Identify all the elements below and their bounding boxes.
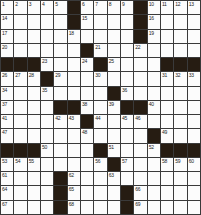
cell-r15c1[interactable]: 67: [1, 201, 13, 214]
cell-r3c15[interactable]: [188, 30, 200, 43]
black-cell-r3c11: [134, 30, 146, 43]
black-cell-r5c13: [161, 58, 173, 71]
cell-r15c15[interactable]: [188, 201, 200, 214]
clue-number-14: 14: [2, 15, 7, 21]
cell-r13c3[interactable]: [28, 172, 40, 185]
cell-r11c10[interactable]: [121, 144, 133, 157]
cell-r14c15[interactable]: [188, 186, 200, 199]
cell-r1c15[interactable]: 13: [188, 1, 200, 14]
cell-r3c1[interactable]: 17: [1, 30, 13, 43]
cell-r5c9[interactable]: 25: [108, 58, 120, 71]
cell-r3c2[interactable]: [14, 30, 26, 43]
clue-number-60: 60: [189, 158, 194, 164]
cell-r9c3[interactable]: [28, 115, 40, 128]
cell-r15c13[interactable]: [161, 201, 173, 214]
cell-r13c4[interactable]: [41, 172, 53, 185]
clue-number-39: 39: [109, 101, 114, 107]
cell-r1c1[interactable]: 1: [1, 1, 13, 14]
cell-r2c7[interactable]: 15: [81, 15, 93, 28]
cell-r3c14[interactable]: [174, 30, 186, 43]
cell-r12c4[interactable]: [41, 158, 53, 171]
clue-number-26: 26: [2, 72, 7, 78]
cell-r9c11[interactable]: 46: [134, 115, 146, 128]
cell-r14c7[interactable]: [81, 186, 93, 199]
cell-r4c6[interactable]: [68, 44, 80, 57]
clue-number-29: 29: [55, 72, 60, 78]
cell-r1c2[interactable]: 2: [14, 1, 26, 14]
clue-number-69: 69: [135, 201, 140, 207]
black-cell-r5c14: [174, 58, 186, 71]
cell-r10c11[interactable]: [134, 129, 146, 142]
cell-r7c12[interactable]: [148, 87, 160, 100]
cell-r6c7[interactable]: [81, 72, 93, 85]
cell-r2c3[interactable]: [28, 15, 40, 28]
cell-r14c14[interactable]: [174, 186, 186, 199]
black-cell-r11c13: [161, 144, 173, 157]
cell-r7c4[interactable]: 35: [41, 87, 53, 100]
clue-number-17: 17: [2, 30, 7, 36]
cell-r10c1[interactable]: 47: [1, 129, 13, 142]
clue-number-16: 16: [149, 15, 154, 21]
clue-number-65: 65: [69, 186, 74, 192]
clue-number-63: 63: [109, 172, 114, 178]
cell-r4c8[interactable]: 21: [94, 44, 106, 57]
cell-r3c4[interactable]: [41, 30, 53, 43]
cell-r15c8[interactable]: [94, 201, 106, 214]
cell-r4c9[interactable]: [108, 44, 120, 57]
cell-r9c6[interactable]: 43: [68, 115, 80, 128]
clue-number-25: 25: [109, 58, 114, 64]
cell-r10c14[interactable]: [174, 129, 186, 142]
cell-r2c15[interactable]: [188, 15, 200, 28]
cell-r4c14[interactable]: [174, 44, 186, 57]
cell-r8c2[interactable]: [14, 101, 26, 114]
cell-r12c15[interactable]: 60: [188, 158, 200, 171]
cell-r1c9[interactable]: 8: [108, 1, 120, 14]
cell-r7c10[interactable]: 36: [121, 87, 133, 100]
cell-r8c1[interactable]: 37: [1, 101, 13, 114]
clue-number-66: 66: [135, 186, 140, 192]
clue-number-32: 32: [175, 72, 180, 78]
clue-number-28: 28: [29, 72, 34, 78]
cell-r1c5[interactable]: 5: [54, 1, 66, 14]
cell-r9c4[interactable]: [41, 115, 53, 128]
cell-r13c6[interactable]: 62: [68, 172, 80, 185]
cell-r15c14[interactable]: [174, 201, 186, 214]
cell-r3c5[interactable]: [54, 30, 66, 43]
cell-r10c3[interactable]: [28, 129, 40, 142]
cell-r10c8[interactable]: [94, 129, 106, 142]
cell-r13c1[interactable]: 61: [1, 172, 13, 185]
black-cell-r11c14: [174, 144, 186, 157]
cell-r10c9[interactable]: [108, 129, 120, 142]
cell-r2c2[interactable]: [14, 15, 26, 28]
clue-number-58: 58: [162, 158, 167, 164]
cell-r15c7[interactable]: [81, 201, 93, 214]
cell-r10c7[interactable]: 48: [81, 129, 93, 142]
cell-r1c12[interactable]: 10: [148, 1, 160, 14]
cell-r1c3[interactable]: 3: [28, 1, 40, 14]
cell-r2c5[interactable]: [54, 15, 66, 28]
clue-number-64: 64: [2, 186, 7, 192]
cell-r4c4[interactable]: [41, 44, 53, 57]
clue-number-48: 48: [82, 129, 87, 135]
cell-r12c7[interactable]: [81, 158, 93, 171]
cell-r12c10[interactable]: 57: [121, 158, 133, 171]
black-cell-r6c4: [41, 72, 53, 85]
cell-r7c14[interactable]: [174, 87, 186, 100]
cell-r2c12[interactable]: 16: [148, 15, 160, 28]
cell-r9c5[interactable]: 42: [54, 115, 66, 128]
cell-r10c13[interactable]: 49: [161, 129, 173, 142]
cell-r5c6[interactable]: [68, 58, 80, 71]
cell-r11c11[interactable]: [134, 144, 146, 157]
cell-r7c11[interactable]: [134, 87, 146, 100]
clue-number-7: 7: [95, 1, 97, 7]
cell-r13c8[interactable]: [94, 172, 106, 185]
clue-number-36: 36: [122, 87, 127, 93]
cell-r9c10[interactable]: 45: [121, 115, 133, 128]
black-cell-r7c9: [108, 87, 120, 100]
cell-r13c11[interactable]: [134, 172, 146, 185]
clue-number-15: 15: [82, 15, 87, 21]
black-cell-r5c15: [188, 58, 200, 71]
cell-r14c3[interactable]: [28, 186, 40, 199]
cell-r9c12[interactable]: [148, 115, 160, 128]
black-cell-r5c1: [1, 58, 13, 71]
cell-r9c2[interactable]: [14, 115, 26, 128]
cell-r7c15[interactable]: [188, 87, 200, 100]
cell-r12c8[interactable]: 56: [94, 158, 106, 171]
clue-number-51: 51: [109, 144, 114, 150]
clue-number-53: 53: [2, 158, 7, 164]
cell-r13c15[interactable]: [188, 172, 200, 185]
cell-r9c8[interactable]: 44: [94, 115, 106, 128]
clue-number-23: 23: [42, 58, 47, 64]
clue-number-11: 11: [162, 1, 167, 7]
cell-r4c12[interactable]: [148, 44, 160, 57]
cell-r11c12[interactable]: 52: [148, 144, 160, 157]
cell-r12c11[interactable]: [134, 158, 146, 171]
clue-number-42: 42: [55, 115, 60, 121]
cell-r13c9[interactable]: 63: [108, 172, 120, 185]
clue-number-52: 52: [149, 144, 154, 150]
cell-r14c11[interactable]: 66: [134, 186, 146, 199]
clue-number-13: 13: [189, 1, 194, 7]
cell-r13c12[interactable]: [148, 172, 160, 185]
black-cell-r8c11: [134, 101, 146, 114]
cell-r4c11[interactable]: 22: [134, 44, 146, 57]
clue-number-57: 57: [122, 158, 127, 164]
cell-r2c9[interactable]: [108, 15, 120, 28]
black-cell-r14c5: [54, 186, 66, 199]
clue-number-34: 34: [2, 87, 7, 93]
black-cell-r15c5: [54, 201, 66, 214]
cell-r7c2[interactable]: [14, 87, 26, 100]
cell-r14c2[interactable]: [14, 186, 26, 199]
cell-r9c15[interactable]: [188, 115, 200, 128]
cell-r2c8[interactable]: [94, 15, 106, 28]
cell-r15c9[interactable]: [108, 201, 120, 214]
cell-r5c11[interactable]: [134, 58, 146, 71]
clue-number-61: 61: [2, 172, 7, 178]
cell-r5c5[interactable]: [54, 58, 66, 71]
black-cell-r11c3: [28, 144, 40, 157]
black-cell-r13c5: [54, 172, 66, 185]
black-cell-r11c15: [188, 144, 200, 157]
cell-r6c8[interactable]: 30: [94, 72, 106, 85]
cell-r12c1[interactable]: 53: [1, 158, 13, 171]
cell-r7c3[interactable]: [28, 87, 40, 100]
cell-r2c1[interactable]: 14: [1, 15, 13, 28]
cell-r8c7[interactable]: 38: [81, 101, 93, 114]
black-cell-r5c2: [14, 58, 26, 71]
cell-r10c15[interactable]: [188, 129, 200, 142]
cell-r8c8[interactable]: [94, 101, 106, 114]
cell-r11c9[interactable]: 51: [108, 144, 120, 157]
cell-r14c12[interactable]: [148, 186, 160, 199]
cell-r8c13[interactable]: [161, 101, 173, 114]
cell-r8c14[interactable]: [174, 101, 186, 114]
cell-r6c3[interactable]: 28: [28, 72, 40, 85]
cell-r5c7[interactable]: 24: [81, 58, 93, 71]
cell-r15c11[interactable]: 69: [134, 201, 146, 214]
clue-number-43: 43: [69, 115, 74, 121]
black-cell-r9c7: [81, 115, 93, 128]
black-cell-r14c10: [121, 186, 133, 199]
clue-number-21: 21: [95, 44, 100, 50]
clue-number-6: 6: [82, 1, 84, 7]
cell-r14c4[interactable]: [41, 186, 53, 199]
cell-r10c4[interactable]: [41, 129, 53, 142]
cell-r13c7[interactable]: [81, 172, 93, 185]
cell-r11c6[interactable]: [68, 144, 80, 157]
black-cell-r8c5: [54, 101, 66, 114]
clue-number-2: 2: [15, 1, 17, 7]
clue-number-62: 62: [69, 172, 74, 178]
cell-r6c15[interactable]: 33: [188, 72, 200, 85]
clue-number-38: 38: [82, 101, 87, 107]
cell-r2c4[interactable]: [41, 15, 53, 28]
clue-number-35: 35: [42, 87, 47, 93]
black-cell-r8c10: [121, 101, 133, 114]
cell-r7c1[interactable]: 34: [1, 87, 13, 100]
clue-number-45: 45: [122, 115, 127, 121]
cell-r4c2[interactable]: [14, 44, 26, 57]
black-cell-r11c2: [14, 144, 26, 157]
cell-r4c15[interactable]: [188, 44, 200, 57]
cell-r7c13[interactable]: [161, 87, 173, 100]
cell-r8c15[interactable]: [188, 101, 200, 114]
black-cell-r5c3: [28, 58, 40, 71]
black-cell-r8c6: [68, 101, 80, 114]
cell-r4c5[interactable]: [54, 44, 66, 57]
cell-r8c12[interactable]: 40: [148, 101, 160, 114]
cell-r3c10[interactable]: [121, 30, 133, 43]
cell-r12c6[interactable]: [68, 158, 80, 171]
cell-r6c11[interactable]: [134, 72, 146, 85]
cell-r3c6[interactable]: 18: [68, 30, 80, 43]
cell-r12c13[interactable]: 58: [161, 158, 173, 171]
clue-number-49: 49: [162, 129, 167, 135]
cell-r6c6[interactable]: [68, 72, 80, 85]
clue-number-27: 27: [15, 72, 20, 78]
cell-r14c9[interactable]: [108, 186, 120, 199]
cell-r12c14[interactable]: 59: [174, 158, 186, 171]
cell-r1c7[interactable]: 6: [81, 1, 93, 14]
cell-r9c1[interactable]: 41: [1, 115, 13, 128]
cell-r15c3[interactable]: [28, 201, 40, 214]
cell-r12c5[interactable]: [54, 158, 66, 171]
cell-r12c2[interactable]: 54: [14, 158, 26, 171]
clue-number-50: 50: [42, 144, 47, 150]
cell-r3c12[interactable]: 19: [148, 30, 160, 43]
black-cell-r11c8: [94, 144, 106, 157]
clue-number-44: 44: [95, 115, 100, 121]
cell-r1c8[interactable]: 7: [94, 1, 106, 14]
clue-number-67: 67: [2, 201, 7, 207]
cell-r8c9[interactable]: 39: [108, 101, 120, 114]
cell-r5c10[interactable]: [121, 58, 133, 71]
clue-number-68: 68: [69, 201, 74, 207]
cell-r15c6[interactable]: 68: [68, 201, 80, 214]
cell-r7c7[interactable]: [81, 87, 93, 100]
clue-number-56: 56: [95, 158, 100, 164]
clue-number-4: 4: [42, 1, 44, 7]
cell-r12c3[interactable]: 55: [28, 158, 40, 171]
black-cell-r4c7: [81, 44, 93, 57]
cell-r1c13[interactable]: 11: [161, 1, 173, 14]
cell-r15c12[interactable]: [148, 201, 160, 214]
cell-r7c5[interactable]: [54, 87, 66, 100]
black-cell-r5c8: [94, 58, 106, 71]
cell-r8c3[interactable]: [28, 101, 40, 114]
cell-r2c14[interactable]: [174, 15, 186, 28]
cell-r12c12[interactable]: [148, 158, 160, 171]
cell-r15c2[interactable]: [14, 201, 26, 214]
cell-r1c14[interactable]: 12: [174, 1, 186, 14]
clue-number-18: 18: [69, 30, 74, 36]
cell-r4c3[interactable]: [28, 44, 40, 57]
clue-number-10: 10: [149, 1, 154, 7]
cell-r6c12[interactable]: [148, 72, 160, 85]
clue-number-46: 46: [135, 115, 140, 121]
black-cell-r15c10: [121, 201, 133, 214]
clue-number-47: 47: [2, 129, 7, 135]
clue-number-59: 59: [175, 158, 180, 164]
cell-r7c6[interactable]: [68, 87, 80, 100]
cell-r13c2[interactable]: [14, 172, 26, 185]
cell-r3c7[interactable]: [81, 30, 93, 43]
cell-r5c4[interactable]: 23: [41, 58, 53, 71]
clue-number-33: 33: [189, 72, 194, 78]
cell-r3c3[interactable]: [28, 30, 40, 43]
black-cell-r12c9: [108, 158, 120, 171]
cell-r15c4[interactable]: [41, 201, 53, 214]
clue-number-3: 3: [29, 1, 31, 7]
cell-r6c14[interactable]: 32: [174, 72, 186, 85]
cell-r10c2[interactable]: [14, 129, 26, 142]
cell-r13c10[interactable]: [121, 172, 133, 185]
clue-number-31: 31: [162, 72, 167, 78]
black-cell-r11c1: [1, 144, 13, 157]
cell-r6c5[interactable]: 29: [54, 72, 66, 85]
clue-number-19: 19: [149, 30, 154, 36]
clue-number-30: 30: [95, 72, 100, 78]
black-cell-r1c11: [134, 1, 146, 14]
crossword-board: 1234567891011121314151617181920212223242…: [0, 0, 201, 215]
cell-r2c10[interactable]: [121, 15, 133, 28]
cell-r6c10[interactable]: [121, 72, 133, 85]
cell-r13c14[interactable]: [174, 172, 186, 185]
clue-number-8: 8: [109, 1, 111, 7]
cell-r14c6[interactable]: 65: [68, 186, 80, 199]
clue-number-9: 9: [122, 1, 124, 7]
clue-number-41: 41: [2, 115, 7, 121]
cell-r6c13[interactable]: 31: [161, 72, 173, 85]
cell-r6c2[interactable]: 27: [14, 72, 26, 85]
black-cell-r2c11: [134, 15, 146, 28]
cell-r11c5[interactable]: [54, 144, 66, 157]
cell-r3c9[interactable]: [108, 30, 120, 43]
cell-r9c14[interactable]: [174, 115, 186, 128]
cell-r8c4[interactable]: [41, 101, 53, 114]
clue-number-55: 55: [29, 158, 34, 164]
cell-r1c10[interactable]: 9: [121, 1, 133, 14]
cell-r14c1[interactable]: 64: [1, 186, 13, 199]
cell-r4c10[interactable]: [121, 44, 133, 57]
cell-r11c7[interactable]: [81, 144, 93, 157]
cell-r10c5[interactable]: [54, 129, 66, 142]
cell-r4c13[interactable]: [161, 44, 173, 57]
cell-r1c4[interactable]: 4: [41, 1, 53, 14]
cell-r5c12[interactable]: [148, 58, 160, 71]
clue-number-54: 54: [15, 158, 20, 164]
cell-r6c9[interactable]: [108, 72, 120, 85]
black-cell-r1c6: [68, 1, 80, 14]
cell-r10c10[interactable]: [121, 129, 133, 142]
clue-number-1: 1: [2, 1, 4, 7]
cell-r11c4[interactable]: 50: [41, 144, 53, 157]
cell-r4c1[interactable]: 20: [1, 44, 13, 57]
cell-r3c13[interactable]: [161, 30, 173, 43]
clue-number-37: 37: [2, 101, 7, 107]
cell-r14c8[interactable]: [94, 186, 106, 199]
cell-r13c13[interactable]: [161, 172, 173, 185]
cell-r2c13[interactable]: [161, 15, 173, 28]
black-cell-r2c6: [68, 15, 80, 28]
clue-number-12: 12: [175, 1, 180, 7]
clue-number-20: 20: [2, 44, 7, 50]
cell-r6c1[interactable]: 26: [1, 72, 13, 85]
black-cell-r10c12: [148, 129, 160, 142]
clue-number-22: 22: [135, 44, 140, 50]
cell-r10c6[interactable]: [68, 129, 80, 142]
cell-r9c9[interactable]: [108, 115, 120, 128]
clue-number-5: 5: [55, 1, 57, 7]
clue-number-24: 24: [82, 58, 87, 64]
cell-r7c8[interactable]: [94, 87, 106, 100]
clue-number-40: 40: [149, 101, 154, 107]
cell-r14c13[interactable]: [161, 186, 173, 199]
cell-r3c8[interactable]: [94, 30, 106, 43]
cell-r9c13[interactable]: [161, 115, 173, 128]
